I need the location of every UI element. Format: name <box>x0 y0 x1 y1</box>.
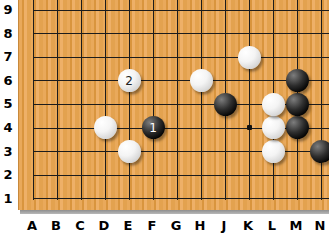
column-label-m: M <box>288 218 304 234</box>
white-stone-e6[interactable]: 2 <box>118 69 141 92</box>
move-number-label: 2 <box>125 75 133 87</box>
black-stone-f4[interactable]: 1 <box>142 116 165 139</box>
black-stone-m6[interactable] <box>286 69 309 92</box>
white-stone-l4[interactable] <box>262 116 285 139</box>
row-label-1: 1 <box>0 191 16 207</box>
white-stone-h6[interactable] <box>190 69 213 92</box>
white-stone-d4[interactable] <box>94 116 117 139</box>
column-label-g: G <box>168 218 184 234</box>
star-point-k4 <box>247 125 252 130</box>
row-label-3: 3 <box>0 144 16 160</box>
black-stone-m5[interactable] <box>286 93 309 116</box>
black-stone-n3[interactable] <box>310 140 329 163</box>
row-label-7: 7 <box>0 49 16 65</box>
move-number-label: 1 <box>149 122 157 134</box>
go-board[interactable]: 12 <box>18 0 329 210</box>
column-label-j: J <box>216 218 232 234</box>
white-stone-l5[interactable] <box>262 93 285 116</box>
column-label-k: K <box>240 218 256 234</box>
column-label-n: N <box>312 218 328 234</box>
column-label-a: A <box>24 218 40 234</box>
white-stone-l3[interactable] <box>262 140 285 163</box>
column-label-l: L <box>264 218 280 234</box>
go-diagram: 12 987654321 ABCDEFGHJKLMN <box>0 0 329 236</box>
row-label-6: 6 <box>0 73 16 89</box>
column-label-b: B <box>48 218 64 234</box>
stones-layer: 12 <box>21 0 329 211</box>
column-label-f: F <box>144 218 160 234</box>
white-stone-e3[interactable] <box>118 140 141 163</box>
column-label-d: D <box>96 218 112 234</box>
row-label-8: 8 <box>0 26 16 42</box>
row-label-9: 9 <box>0 2 16 18</box>
column-label-c: C <box>72 218 88 234</box>
row-label-5: 5 <box>0 96 16 112</box>
white-stone-k7[interactable] <box>238 46 261 69</box>
row-label-4: 4 <box>0 120 16 136</box>
column-label-h: H <box>192 218 208 234</box>
board-shadow <box>20 210 329 214</box>
column-label-e: E <box>120 218 136 234</box>
black-stone-m4[interactable] <box>286 116 309 139</box>
row-label-2: 2 <box>0 167 16 183</box>
black-stone-j5[interactable] <box>214 93 237 116</box>
